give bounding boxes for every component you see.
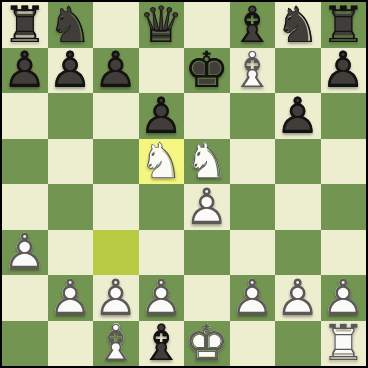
piece-white-knight[interactable]: ♞♘ <box>139 139 185 185</box>
piece-black-pawn[interactable]: ♟♙ <box>2 48 48 94</box>
square-f6[interactable] <box>230 93 276 139</box>
square-f2[interactable]: ♟♙ <box>230 275 276 321</box>
square-h4[interactable] <box>321 184 367 230</box>
piece-black-bishop[interactable]: ♝♗ <box>139 321 185 367</box>
square-d8[interactable]: ♛♕ <box>139 2 185 48</box>
square-e7[interactable]: ♚♔ <box>184 48 230 94</box>
chess-board-frame: ♜♖♞♘♛♕♝♗♞♘♜♖♟♙♟♙♟♙♚♔♝♗♟♙♟♙♟♙♞♘♞♘♟♙♟♙♟♙♟♙… <box>0 0 368 368</box>
square-d5[interactable]: ♞♘ <box>139 139 185 185</box>
square-h6[interactable] <box>321 93 367 139</box>
square-f1[interactable] <box>230 321 276 367</box>
square-a1[interactable] <box>2 321 48 367</box>
square-c7[interactable]: ♟♙ <box>93 48 139 94</box>
piece-glyph-outline: ♙ <box>275 275 321 321</box>
piece-glyph-outline: ♙ <box>184 184 230 230</box>
piece-black-pawn[interactable]: ♟♙ <box>321 48 367 94</box>
chess-board: ♜♖♞♘♛♕♝♗♞♘♜♖♟♙♟♙♟♙♚♔♝♗♟♙♟♙♟♙♞♘♞♘♟♙♟♙♟♙♟♙… <box>2 2 366 366</box>
piece-white-pawn[interactable]: ♟♙ <box>48 275 94 321</box>
square-c1[interactable]: ♝♗ <box>93 321 139 367</box>
square-b4[interactable] <box>48 184 94 230</box>
square-a3[interactable]: ♟♙ <box>2 230 48 276</box>
square-f7[interactable]: ♝♗ <box>230 48 276 94</box>
piece-white-pawn[interactable]: ♟♙ <box>2 230 48 276</box>
square-g5[interactable] <box>275 139 321 185</box>
square-b5[interactable] <box>48 139 94 185</box>
piece-glyph-outline: ♙ <box>48 48 94 94</box>
piece-glyph-outline: ♙ <box>48 275 94 321</box>
piece-glyph-outline: ♙ <box>230 275 276 321</box>
piece-black-pawn[interactable]: ♟♙ <box>48 48 94 94</box>
square-a5[interactable] <box>2 139 48 185</box>
piece-black-king[interactable]: ♚♔ <box>184 48 230 94</box>
piece-white-bishop[interactable]: ♝♗ <box>230 48 276 94</box>
square-g4[interactable] <box>275 184 321 230</box>
square-a2[interactable] <box>2 275 48 321</box>
piece-glyph-outline: ♗ <box>230 48 276 94</box>
piece-glyph-outline: ♔ <box>184 321 230 367</box>
piece-white-pawn[interactable]: ♟♙ <box>275 275 321 321</box>
square-f4[interactable] <box>230 184 276 230</box>
square-e4[interactable]: ♟♙ <box>184 184 230 230</box>
piece-glyph-outline: ♙ <box>321 48 367 94</box>
piece-glyph-outline: ♔ <box>184 48 230 94</box>
piece-glyph-outline: ♕ <box>139 2 185 48</box>
piece-white-pawn[interactable]: ♟♙ <box>230 275 276 321</box>
square-c5[interactable] <box>93 139 139 185</box>
square-c4[interactable] <box>93 184 139 230</box>
square-b1[interactable] <box>48 321 94 367</box>
square-d4[interactable] <box>139 184 185 230</box>
piece-glyph-outline: ♙ <box>2 230 48 276</box>
square-f5[interactable] <box>230 139 276 185</box>
piece-white-bishop[interactable]: ♝♗ <box>93 321 139 367</box>
square-b6[interactable] <box>48 93 94 139</box>
square-a7[interactable]: ♟♙ <box>2 48 48 94</box>
square-h1[interactable]: ♜♖ <box>321 321 367 367</box>
square-b7[interactable]: ♟♙ <box>48 48 94 94</box>
piece-glyph-outline: ♖ <box>321 321 367 367</box>
piece-black-queen[interactable]: ♛♕ <box>139 2 185 48</box>
piece-black-pawn[interactable]: ♟♙ <box>93 48 139 94</box>
square-e1[interactable]: ♚♔ <box>184 321 230 367</box>
piece-white-pawn[interactable]: ♟♙ <box>184 184 230 230</box>
piece-glyph-outline: ♗ <box>139 321 185 367</box>
square-a6[interactable] <box>2 93 48 139</box>
piece-glyph-outline: ♙ <box>275 93 321 139</box>
square-g8[interactable]: ♞♘ <box>275 2 321 48</box>
piece-white-king[interactable]: ♚♔ <box>184 321 230 367</box>
piece-glyph-outline: ♘ <box>139 139 185 185</box>
square-g2[interactable]: ♟♙ <box>275 275 321 321</box>
piece-black-pawn[interactable]: ♟♙ <box>275 93 321 139</box>
piece-glyph-outline: ♙ <box>2 48 48 94</box>
square-e3[interactable] <box>184 230 230 276</box>
square-g1[interactable] <box>275 321 321 367</box>
piece-glyph-outline: ♗ <box>93 321 139 367</box>
square-h5[interactable] <box>321 139 367 185</box>
square-c6[interactable] <box>93 93 139 139</box>
piece-glyph-outline: ♘ <box>275 2 321 48</box>
square-d1[interactable]: ♝♗ <box>139 321 185 367</box>
square-h7[interactable]: ♟♙ <box>321 48 367 94</box>
piece-glyph-outline: ♙ <box>93 48 139 94</box>
square-g6[interactable]: ♟♙ <box>275 93 321 139</box>
piece-white-rook[interactable]: ♜♖ <box>321 321 367 367</box>
square-b2[interactable]: ♟♙ <box>48 275 94 321</box>
piece-black-knight[interactable]: ♞♘ <box>275 2 321 48</box>
